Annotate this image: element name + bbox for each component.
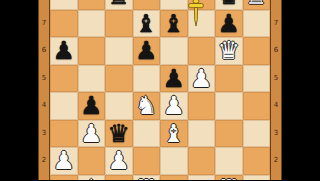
square-d5[interactable] — [133, 65, 161, 93]
rank-label-4: 4 — [38, 101, 50, 109]
square-c6[interactable] — [105, 37, 133, 65]
square-g5[interactable] — [215, 65, 243, 93]
square-e2[interactable] — [160, 147, 188, 175]
white-pawn-a2[interactable]: ♟ — [50, 147, 78, 175]
white-pawn-b3[interactable]: ♟ — [78, 120, 106, 148]
square-f6[interactable] — [188, 37, 216, 65]
white-bishop-e3[interactable]: ♝ — [160, 120, 188, 148]
rank-label-3: 3 — [38, 129, 50, 137]
square-d3[interactable] — [133, 120, 161, 148]
square-b6[interactable] — [78, 37, 106, 65]
square-e6[interactable] — [160, 37, 188, 65]
square-c1[interactable] — [105, 175, 133, 181]
square-a4[interactable] — [50, 92, 78, 120]
square-h1[interactable] — [243, 175, 271, 181]
rank-label-5: 5 — [270, 74, 282, 82]
white-rook-h8[interactable]: ♜ — [243, 0, 271, 10]
square-a3[interactable] — [50, 120, 78, 148]
square-a5[interactable] — [50, 65, 78, 93]
square-c4[interactable] — [105, 92, 133, 120]
rank-label-3: 3 — [270, 129, 282, 137]
square-f2[interactable] — [188, 147, 216, 175]
rank-label-7: 7 — [270, 19, 282, 27]
white-rook-d1[interactable]: ♜ — [133, 175, 161, 181]
chess-thumbnail-stage: 87654321 87654321 ♜♚♜♝♝♟♟♟♛♟♟♟♞♟♟♛♝♟♟♚♜♜ — [0, 0, 320, 180]
white-pawn-e4[interactable]: ♟ — [160, 92, 188, 120]
square-a8[interactable] — [50, 0, 78, 10]
square-f3[interactable] — [188, 120, 216, 148]
black-pawn-d6[interactable]: ♟ — [133, 37, 161, 65]
black-pawn-e5[interactable]: ♟ — [160, 65, 188, 93]
square-b8[interactable] — [78, 0, 106, 10]
square-h6[interactable] — [243, 37, 271, 65]
white-king-b1[interactable]: ♚ — [78, 175, 106, 181]
square-h5[interactable] — [243, 65, 271, 93]
square-b7[interactable] — [78, 10, 106, 38]
white-pawn-c2[interactable]: ♟ — [105, 147, 133, 175]
black-bishop-e7[interactable]: ♝ — [160, 10, 188, 38]
square-f1[interactable] — [188, 175, 216, 181]
rank-label-6: 6 — [38, 46, 50, 54]
rank-label-7: 7 — [38, 19, 50, 27]
rank-label-6: 6 — [270, 46, 282, 54]
rank-label-4: 4 — [270, 101, 282, 109]
square-g2[interactable] — [215, 147, 243, 175]
square-f4[interactable] — [188, 92, 216, 120]
black-pawn-a6[interactable]: ♟ — [50, 37, 78, 65]
white-knight-d4[interactable]: ♞ — [133, 92, 161, 120]
white-queen-g6[interactable]: ♛ — [215, 37, 243, 65]
square-d2[interactable] — [133, 147, 161, 175]
black-pawn-b4[interactable]: ♟ — [78, 92, 106, 120]
square-h3[interactable] — [243, 120, 271, 148]
white-pawn-f5[interactable]: ♟ — [188, 65, 216, 93]
square-b5[interactable] — [78, 65, 106, 93]
square-h2[interactable] — [243, 147, 271, 175]
dagger-icon — [185, 0, 209, 30]
rank-label-2: 2 — [38, 156, 50, 164]
chess-board: ♜♚♜♝♝♟♟♟♛♟♟♟♞♟♟♛♝♟♟♚♜♜ — [50, 0, 270, 180]
square-b2[interactable] — [78, 147, 106, 175]
square-c5[interactable] — [105, 65, 133, 93]
square-h4[interactable] — [243, 92, 271, 120]
black-bishop-d7[interactable]: ♝ — [133, 10, 161, 38]
square-g3[interactable] — [215, 120, 243, 148]
black-queen-c3[interactable]: ♛ — [105, 120, 133, 148]
black-pawn-g7[interactable]: ♟ — [215, 10, 243, 38]
rank-label-5: 5 — [38, 74, 50, 82]
square-e1[interactable] — [160, 175, 188, 181]
white-rook-g1[interactable]: ♜ — [215, 175, 243, 181]
square-c7[interactable] — [105, 10, 133, 38]
square-h7[interactable] — [243, 10, 271, 38]
black-rook-c8[interactable]: ♜ — [105, 0, 133, 10]
square-a1[interactable] — [50, 175, 78, 181]
rank-label-2: 2 — [270, 156, 282, 164]
square-g4[interactable] — [215, 92, 243, 120]
square-a7[interactable] — [50, 10, 78, 38]
